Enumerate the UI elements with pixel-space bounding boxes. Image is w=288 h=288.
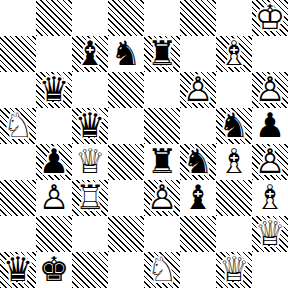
square-g1[interactable]: ♛♕ [216, 252, 252, 288]
square-f1[interactable] [180, 252, 216, 288]
square-b4[interactable]: ♟♟ [36, 144, 72, 180]
square-b2[interactable] [36, 216, 72, 252]
piece-white-pawn-icon: ♙ [36, 180, 72, 215]
square-c6[interactable] [72, 72, 108, 108]
square-g5[interactable]: ♞♞ [216, 108, 252, 144]
piece-black-queen-icon: ♛ [72, 108, 108, 143]
square-d3[interactable] [108, 180, 144, 216]
square-h2[interactable]: ♛♕ [252, 216, 288, 252]
piece-white-pawn-icon: ♙ [252, 144, 288, 179]
piece-black-king-icon: ♚ [36, 252, 72, 287]
square-f6[interactable]: ♟♙ [180, 72, 216, 108]
piece-black-pawn-icon: ♟ [36, 144, 72, 179]
piece-black-bishop-icon: ♝ [180, 180, 216, 215]
square-g4[interactable]: ♝♗ [216, 144, 252, 180]
piece-white-queen-icon: ♕ [216, 252, 252, 287]
piece-black-pawn-icon: ♟ [252, 108, 288, 143]
square-e4[interactable]: ♜♜ [144, 144, 180, 180]
square-f5[interactable] [180, 108, 216, 144]
square-e8[interactable] [144, 0, 180, 36]
piece-black-knight-icon: ♞ [180, 144, 216, 179]
square-g6[interactable] [216, 72, 252, 108]
square-a4[interactable] [0, 144, 36, 180]
square-d2[interactable] [108, 216, 144, 252]
piece-white-knight-icon: ♘ [0, 108, 36, 143]
square-c5[interactable]: ♛♛ [72, 108, 108, 144]
square-b6[interactable]: ♛♛ [36, 72, 72, 108]
square-c2[interactable] [72, 216, 108, 252]
square-h5[interactable]: ♟♟ [252, 108, 288, 144]
chess-diagram: ♚♔♝♝♞♞♜♜♝♗♛♛♟♙♟♙♞♘♛♛♞♞♟♟♟♟♛♕♜♜♞♞♝♗♟♙♟♙♜♖… [0, 0, 288, 288]
piece-white-bishop-icon: ♗ [216, 144, 252, 179]
square-a2[interactable] [0, 216, 36, 252]
square-e7[interactable]: ♜♜ [144, 36, 180, 72]
square-e2[interactable] [144, 216, 180, 252]
piece-black-queen-icon: ♛ [36, 72, 72, 107]
square-b3[interactable]: ♟♙ [36, 180, 72, 216]
piece-white-knight-icon: ♘ [144, 252, 180, 287]
square-b7[interactable] [36, 36, 72, 72]
piece-black-knight-icon: ♞ [216, 108, 252, 143]
piece-white-pawn-icon: ♙ [180, 72, 216, 107]
square-e1[interactable]: ♞♘ [144, 252, 180, 288]
square-c1[interactable] [72, 252, 108, 288]
square-c8[interactable] [72, 0, 108, 36]
square-c4[interactable]: ♛♕ [72, 144, 108, 180]
chess-board: ♚♔♝♝♞♞♜♜♝♗♛♛♟♙♟♙♞♘♛♛♞♞♟♟♟♟♛♕♜♜♞♞♝♗♟♙♟♙♜♖… [0, 0, 288, 288]
piece-black-rook-icon: ♜ [144, 36, 180, 71]
square-d5[interactable] [108, 108, 144, 144]
piece-white-pawn-icon: ♙ [252, 72, 288, 107]
piece-white-queen-icon: ♕ [72, 144, 108, 179]
square-d4[interactable] [108, 144, 144, 180]
square-a3[interactable] [0, 180, 36, 216]
square-a8[interactable] [0, 0, 36, 36]
square-f2[interactable] [180, 216, 216, 252]
square-c7[interactable]: ♝♝ [72, 36, 108, 72]
square-b8[interactable] [36, 0, 72, 36]
square-a6[interactable] [0, 72, 36, 108]
square-f3[interactable]: ♝♝ [180, 180, 216, 216]
square-b5[interactable] [36, 108, 72, 144]
piece-white-rook-icon: ♖ [72, 180, 108, 215]
square-g8[interactable] [216, 0, 252, 36]
square-h6[interactable]: ♟♙ [252, 72, 288, 108]
piece-white-king-icon: ♔ [252, 0, 288, 35]
piece-black-knight-icon: ♞ [108, 36, 144, 71]
square-f8[interactable] [180, 0, 216, 36]
square-a1[interactable]: ♛♛ [0, 252, 36, 288]
piece-white-bishop-icon: ♗ [252, 180, 288, 215]
square-g7[interactable]: ♝♗ [216, 36, 252, 72]
square-e6[interactable] [144, 72, 180, 108]
square-h1[interactable] [252, 252, 288, 288]
square-d6[interactable] [108, 72, 144, 108]
square-b1[interactable]: ♚♚ [36, 252, 72, 288]
square-e5[interactable] [144, 108, 180, 144]
square-g3[interactable] [216, 180, 252, 216]
piece-white-bishop-icon: ♗ [216, 36, 252, 71]
square-a5[interactable]: ♞♘ [0, 108, 36, 144]
square-f7[interactable] [180, 36, 216, 72]
piece-black-rook-icon: ♜ [144, 144, 180, 179]
square-h7[interactable] [252, 36, 288, 72]
piece-black-queen-icon: ♛ [0, 252, 36, 287]
square-d8[interactable] [108, 0, 144, 36]
square-h4[interactable]: ♟♙ [252, 144, 288, 180]
piece-white-pawn-icon: ♙ [144, 180, 180, 215]
piece-black-bishop-icon: ♝ [72, 36, 108, 71]
square-e3[interactable]: ♟♙ [144, 180, 180, 216]
square-a7[interactable] [0, 36, 36, 72]
square-f4[interactable]: ♞♞ [180, 144, 216, 180]
square-d7[interactable]: ♞♞ [108, 36, 144, 72]
square-g2[interactable] [216, 216, 252, 252]
square-h8[interactable]: ♚♔ [252, 0, 288, 36]
square-h3[interactable]: ♝♗ [252, 180, 288, 216]
piece-white-queen-icon: ♕ [252, 216, 288, 251]
square-d1[interactable] [108, 252, 144, 288]
square-c3[interactable]: ♜♖ [72, 180, 108, 216]
